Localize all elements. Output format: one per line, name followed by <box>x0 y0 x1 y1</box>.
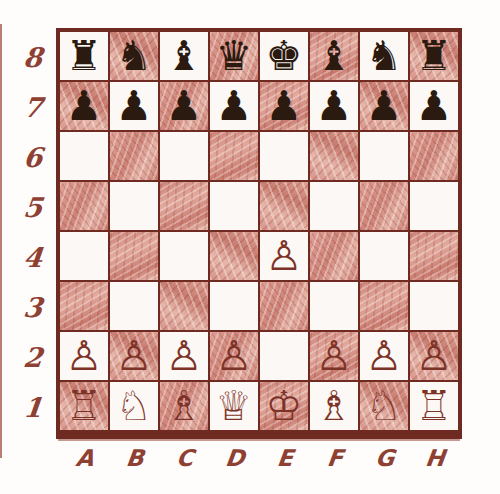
rank-label-4: 4 <box>11 232 54 282</box>
rank-labels: 87654321 <box>14 32 52 432</box>
square-h6[interactable] <box>410 132 458 180</box>
square-g7[interactable]: ♟ <box>360 82 408 130</box>
file-labels: ABCDEFGH <box>60 443 460 473</box>
square-g1[interactable]: ♘ <box>360 382 408 430</box>
scanned-chess-diagram: 87654321 ♜♞♝♛♚♝♞♜♟♟♟♟♟♟♟♟♙♙♙♙♙♙♙♙♖♘♗♕♔♗♘… <box>0 0 500 494</box>
square-c3[interactable] <box>160 282 208 330</box>
square-h7[interactable]: ♟ <box>410 82 458 130</box>
black-pawn: ♟ <box>416 82 453 130</box>
black-king: ♚ <box>266 32 303 80</box>
square-d8[interactable]: ♛ <box>210 32 258 80</box>
black-rook: ♜ <box>416 32 453 80</box>
square-c8[interactable]: ♝ <box>160 32 208 80</box>
square-b1[interactable]: ♘ <box>110 382 158 430</box>
black-pawn: ♟ <box>316 82 353 130</box>
black-pawn: ♟ <box>366 82 403 130</box>
square-c4[interactable] <box>160 232 208 280</box>
square-b4[interactable] <box>110 232 158 280</box>
square-d3[interactable] <box>210 282 258 330</box>
square-g8[interactable]: ♞ <box>360 32 408 80</box>
square-e6[interactable] <box>260 132 308 180</box>
black-rook: ♜ <box>66 32 103 80</box>
square-c5[interactable] <box>160 182 208 230</box>
square-e4[interactable]: ♙ <box>260 232 308 280</box>
white-king: ♔ <box>266 382 303 430</box>
white-pawn: ♙ <box>266 232 303 280</box>
square-h2[interactable]: ♙ <box>410 332 458 380</box>
square-f8[interactable]: ♝ <box>310 32 358 80</box>
black-bishop: ♝ <box>166 32 203 80</box>
square-a2[interactable]: ♙ <box>60 332 108 380</box>
square-b6[interactable] <box>110 132 158 180</box>
rank-label-8: 8 <box>11 32 54 82</box>
white-rook: ♖ <box>416 382 453 430</box>
square-h3[interactable] <box>410 282 458 330</box>
square-g5[interactable] <box>360 182 408 230</box>
rank-label-7: 7 <box>11 82 54 132</box>
file-label-b: B <box>108 443 162 473</box>
square-c7[interactable]: ♟ <box>160 82 208 130</box>
square-f7[interactable]: ♟ <box>310 82 358 130</box>
white-bishop: ♗ <box>166 382 203 430</box>
rank-label-3: 3 <box>11 282 54 332</box>
square-f5[interactable] <box>310 182 358 230</box>
square-a4[interactable] <box>60 232 108 280</box>
white-pawn: ♙ <box>216 332 253 380</box>
square-g6[interactable] <box>360 132 408 180</box>
square-f1[interactable]: ♗ <box>310 382 358 430</box>
square-c2[interactable]: ♙ <box>160 332 208 380</box>
black-knight: ♞ <box>366 32 403 80</box>
file-label-f: F <box>308 443 362 473</box>
rank-label-2: 2 <box>11 332 54 382</box>
white-bishop: ♗ <box>316 382 353 430</box>
white-pawn: ♙ <box>416 332 453 380</box>
file-label-e: E <box>258 443 312 473</box>
square-a3[interactable] <box>60 282 108 330</box>
square-e5[interactable] <box>260 182 308 230</box>
square-d7[interactable]: ♟ <box>210 82 258 130</box>
black-bishop: ♝ <box>316 32 353 80</box>
square-b8[interactable]: ♞ <box>110 32 158 80</box>
white-pawn: ♙ <box>66 332 103 380</box>
square-d1[interactable]: ♕ <box>210 382 258 430</box>
square-h4[interactable] <box>410 232 458 280</box>
square-g4[interactable] <box>360 232 408 280</box>
square-f3[interactable] <box>310 282 358 330</box>
black-knight: ♞ <box>116 32 153 80</box>
rank-label-1: 1 <box>11 382 54 432</box>
square-a6[interactable] <box>60 132 108 180</box>
square-f4[interactable] <box>310 232 358 280</box>
square-d6[interactable] <box>210 132 258 180</box>
scan-edge-line <box>0 24 2 458</box>
white-knight: ♘ <box>366 382 403 430</box>
white-pawn: ♙ <box>166 332 203 380</box>
square-f6[interactable] <box>310 132 358 180</box>
square-a7[interactable]: ♟ <box>60 82 108 130</box>
square-h5[interactable] <box>410 182 458 230</box>
rank-label-5: 5 <box>11 182 54 232</box>
black-pawn: ♟ <box>216 82 253 130</box>
square-h1[interactable]: ♖ <box>410 382 458 430</box>
white-queen: ♕ <box>216 382 253 430</box>
square-b5[interactable] <box>110 182 158 230</box>
square-g2[interactable]: ♙ <box>360 332 408 380</box>
square-d2[interactable]: ♙ <box>210 332 258 380</box>
white-pawn: ♙ <box>366 332 403 380</box>
square-h8[interactable]: ♜ <box>410 32 458 80</box>
square-e2[interactable] <box>260 332 308 380</box>
square-e1[interactable]: ♔ <box>260 382 308 430</box>
black-queen: ♛ <box>216 32 253 80</box>
black-pawn: ♟ <box>166 82 203 130</box>
square-c1[interactable]: ♗ <box>160 382 208 430</box>
square-a8[interactable]: ♜ <box>60 32 108 80</box>
square-e8[interactable]: ♚ <box>260 32 308 80</box>
white-pawn: ♙ <box>116 332 153 380</box>
chessboard: ♜♞♝♛♚♝♞♜♟♟♟♟♟♟♟♟♙♙♙♙♙♙♙♙♖♘♗♕♔♗♘♖ <box>56 28 462 439</box>
square-b7[interactable]: ♟ <box>110 82 158 130</box>
square-e7[interactable]: ♟ <box>260 82 308 130</box>
file-label-g: G <box>358 443 412 473</box>
square-g3[interactable] <box>360 282 408 330</box>
rank-label-6: 6 <box>11 132 54 182</box>
file-label-c: C <box>158 443 212 473</box>
square-c6[interactable] <box>160 132 208 180</box>
file-label-d: D <box>208 443 262 473</box>
file-label-a: A <box>58 443 112 473</box>
black-pawn: ♟ <box>266 82 303 130</box>
square-e3[interactable] <box>260 282 308 330</box>
white-knight: ♘ <box>116 382 153 430</box>
square-f2[interactable]: ♙ <box>310 332 358 380</box>
square-b3[interactable] <box>110 282 158 330</box>
file-label-h: H <box>408 443 462 473</box>
white-pawn: ♙ <box>316 332 353 380</box>
square-b2[interactable]: ♙ <box>110 332 158 380</box>
square-a5[interactable] <box>60 182 108 230</box>
white-rook: ♖ <box>66 382 103 430</box>
square-a1[interactable]: ♖ <box>60 382 108 430</box>
square-d5[interactable] <box>210 182 258 230</box>
black-pawn: ♟ <box>116 82 153 130</box>
square-d4[interactable] <box>210 232 258 280</box>
black-pawn: ♟ <box>66 82 103 130</box>
